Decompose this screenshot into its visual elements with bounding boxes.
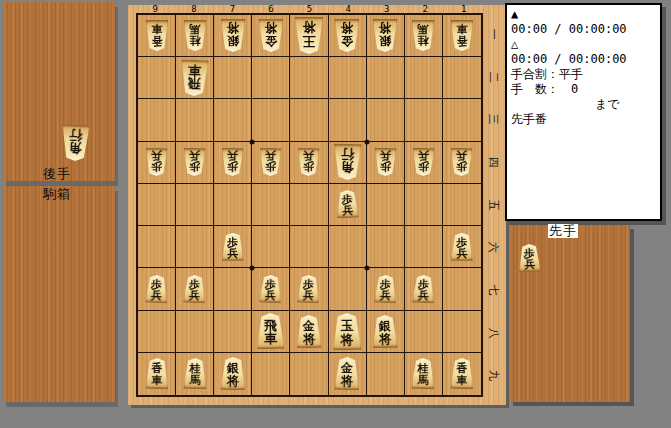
square-5七[interactable]: 歩兵 <box>290 268 328 310</box>
gote-piece-p[interactable]: 歩兵 <box>145 148 168 176</box>
square-9八[interactable] <box>138 311 176 353</box>
piece-kanji: 銀将 <box>227 22 239 47</box>
piece-kanji: 金将 <box>265 22 277 47</box>
hoshi-dot <box>250 266 255 271</box>
square-6八[interactable]: 飛車 <box>252 311 290 353</box>
square-6九[interactable] <box>252 353 290 395</box>
square-2一[interactable]: 桂馬 <box>405 15 443 57</box>
square-6六[interactable] <box>252 226 290 268</box>
square-6五[interactable] <box>252 184 290 226</box>
piece-kanji: 歩兵 <box>341 194 353 216</box>
square-9九[interactable]: 香車 <box>138 353 176 395</box>
square-4八[interactable]: 玉将 <box>329 311 367 353</box>
hoshi-dot <box>364 139 369 144</box>
square-5六[interactable] <box>290 226 328 268</box>
gote-mark: △ <box>511 37 660 52</box>
piece-kanji: 香車 <box>456 363 467 386</box>
piece-kanji: 歩兵 <box>524 248 536 270</box>
square-4六[interactable] <box>329 226 367 268</box>
gote-piece-g[interactable]: 金将 <box>258 19 284 52</box>
gote-piece-p[interactable]: 歩兵 <box>259 148 282 176</box>
sente-mark: ▲ <box>511 7 660 22</box>
sente-piece-p[interactable]: 歩兵 <box>411 275 435 304</box>
sente-hand-panel[interactable]: 先手 歩兵 <box>509 225 630 402</box>
piece-kanji: 歩兵 <box>456 150 467 172</box>
square-2五[interactable] <box>405 184 443 226</box>
square-7六[interactable]: 歩兵 <box>214 226 252 268</box>
gote-piece-p[interactable]: 歩兵 <box>221 148 244 176</box>
square-8九[interactable]: 桂馬 <box>176 353 214 395</box>
square-5三[interactable] <box>290 99 328 141</box>
square-3八[interactable]: 銀将 <box>367 311 405 353</box>
piece-kanji: 飛車 <box>264 319 277 346</box>
square-2八[interactable] <box>405 311 443 353</box>
piece-kanji: 歩兵 <box>380 150 391 172</box>
shogi-board-grid: 香車桂馬銀将金将王将金将銀将桂馬香車飛車歩兵歩兵歩兵歩兵歩兵角行歩兵歩兵歩兵歩兵… <box>136 13 483 397</box>
piece-kanji: 歩兵 <box>418 150 429 172</box>
gote-piece-g[interactable]: 金将 <box>334 19 360 52</box>
square-8六[interactable] <box>176 226 214 268</box>
sente-piece-n[interactable]: 桂馬 <box>411 358 436 389</box>
sente-clock: 00:00 / 00:00:00 <box>511 22 660 37</box>
gote-piece-b[interactable]: 角行 <box>60 125 90 162</box>
square-6四[interactable]: 歩兵 <box>252 142 290 184</box>
piece-kanji: 歩兵 <box>379 279 391 301</box>
square-4三[interactable] <box>329 99 367 141</box>
piece-kanji: 金将 <box>341 362 353 387</box>
gote-piece-s[interactable]: 銀将 <box>372 19 398 52</box>
square-8五[interactable] <box>176 184 214 226</box>
square-7三[interactable] <box>214 99 252 141</box>
square-9五[interactable] <box>138 184 176 226</box>
gote-piece-n[interactable]: 桂馬 <box>183 20 207 51</box>
move-count-text: 手 数： 0 <box>511 82 660 97</box>
square-2四[interactable]: 歩兵 <box>405 142 443 184</box>
piece-kanji: 歩兵 <box>227 237 238 259</box>
square-8二[interactable]: 飛車 <box>176 57 214 99</box>
square-6三[interactable] <box>252 99 290 141</box>
gote-piece-p[interactable]: 歩兵 <box>412 148 435 176</box>
sente-piece-p[interactable]: 歩兵 <box>518 244 542 273</box>
square-9四[interactable]: 歩兵 <box>138 142 176 184</box>
piece-kanji: 玉将 <box>340 318 353 346</box>
square-4一[interactable]: 金将 <box>329 15 367 57</box>
sente-piece-p[interactable]: 歩兵 <box>335 190 359 219</box>
square-7五[interactable] <box>214 184 252 226</box>
square-3五[interactable] <box>367 184 405 226</box>
sente-piece-n[interactable]: 桂馬 <box>182 358 207 389</box>
square-7七[interactable] <box>214 268 252 310</box>
square-3一[interactable]: 銀将 <box>367 15 405 57</box>
square-9一[interactable]: 香車 <box>138 15 176 57</box>
square-2七[interactable]: 歩兵 <box>405 268 443 310</box>
gote-hand-panel[interactable]: 後手 角行 <box>3 2 115 181</box>
square-5一[interactable]: 王将 <box>290 15 328 57</box>
sente-piece-k[interactable]: 玉将 <box>332 312 363 350</box>
gote-piece-r[interactable]: 飛車 <box>180 59 210 96</box>
sente-piece-r[interactable]: 飛車 <box>256 313 286 350</box>
piece-kanji: 香車 <box>151 363 162 386</box>
gote-piece-b[interactable]: 角行 <box>332 144 362 181</box>
piece-kanji: 桂馬 <box>418 23 429 46</box>
square-4五[interactable]: 歩兵 <box>329 184 367 226</box>
hoshi-dot <box>250 139 255 144</box>
piece-kanji: 角行 <box>69 128 83 155</box>
square-8七[interactable]: 歩兵 <box>176 268 214 310</box>
square-9三[interactable] <box>138 99 176 141</box>
gote-piece-p[interactable]: 歩兵 <box>297 148 320 176</box>
gote-label: 後手 <box>43 167 71 181</box>
made-text: まで <box>511 97 660 112</box>
square-5九[interactable] <box>290 353 328 395</box>
gote-piece-l[interactable]: 香車 <box>450 20 474 51</box>
sente-piece-l[interactable]: 香車 <box>144 358 169 389</box>
piece-kanji: 金将 <box>303 320 315 345</box>
gote-piece-p[interactable]: 歩兵 <box>373 148 396 176</box>
handicap-text: 手合割：平手 <box>511 67 660 82</box>
sente-piece-s[interactable]: 銀将 <box>372 314 399 347</box>
piece-kanji: 歩兵 <box>151 150 162 172</box>
square-8八[interactable] <box>176 311 214 353</box>
square-4四[interactable]: 角行 <box>329 142 367 184</box>
gote-piece-k[interactable]: 王将 <box>294 17 324 54</box>
sente-piece-p[interactable]: 歩兵 <box>259 275 283 304</box>
square-3六[interactable] <box>367 226 405 268</box>
square-7九[interactable]: 銀将 <box>214 353 252 395</box>
square-9二[interactable] <box>138 57 176 99</box>
square-8四[interactable]: 歩兵 <box>176 142 214 184</box>
square-5八[interactable]: 金将 <box>290 311 328 353</box>
square-3三[interactable] <box>367 99 405 141</box>
piece-kanji: 桂馬 <box>418 363 429 386</box>
gote-piece-n[interactable]: 桂馬 <box>411 20 435 51</box>
piece-kanji: 香車 <box>456 23 467 46</box>
square-6七[interactable]: 歩兵 <box>252 268 290 310</box>
sente-piece-s[interactable]: 銀将 <box>219 357 246 390</box>
square-3二[interactable] <box>367 57 405 99</box>
rank-label-column: 一二三四五六七八九 <box>485 13 503 397</box>
sente-piece-l[interactable]: 香車 <box>450 358 475 389</box>
piece-kanji: 飛車 <box>188 63 202 90</box>
turn-indicator: 先手番 <box>511 112 660 127</box>
square-8一[interactable]: 桂馬 <box>176 15 214 57</box>
square-7一[interactable]: 銀将 <box>214 15 252 57</box>
square-7四[interactable]: 歩兵 <box>214 142 252 184</box>
gote-piece-l[interactable]: 香車 <box>145 20 169 51</box>
square-6一[interactable]: 金将 <box>252 15 290 57</box>
square-7二[interactable] <box>214 57 252 99</box>
piece-kanji: 角行 <box>340 148 353 175</box>
piece-kanji: 歩兵 <box>303 279 315 301</box>
piece-kanji: 歩兵 <box>227 150 238 172</box>
piece-kanji: 銀将 <box>227 362 239 387</box>
square-4二[interactable] <box>329 57 367 99</box>
square-2九[interactable]: 桂馬 <box>405 353 443 395</box>
square-3七[interactable]: 歩兵 <box>367 268 405 310</box>
sente-piece-p[interactable]: 歩兵 <box>297 275 321 304</box>
piece-kanji: 歩兵 <box>189 279 201 301</box>
sente-piece-g[interactable]: 金将 <box>296 314 323 347</box>
gote-clock: 00:00 / 00:00:00 <box>511 52 660 67</box>
shogi-app-window: 後手 角行 駒箱 987654321 香車桂馬銀将金将王将金将銀将桂馬香車飛車歩… <box>0 0 671 428</box>
square-3四[interactable]: 歩兵 <box>367 142 405 184</box>
piece-kanji: 王将 <box>302 21 315 49</box>
square-9七[interactable]: 歩兵 <box>138 268 176 310</box>
sente-piece-p[interactable]: 歩兵 <box>183 275 207 304</box>
square-2三[interactable] <box>405 99 443 141</box>
piece-kanji: 桂馬 <box>189 23 200 46</box>
square-5五[interactable] <box>290 184 328 226</box>
square-4九[interactable]: 金将 <box>329 353 367 395</box>
piece-box-panel[interactable]: 駒箱 <box>3 186 115 402</box>
game-info-panel: ▲ 00:00 / 00:00:00 △ 00:00 / 00:00:00 手合… <box>505 3 662 221</box>
piece-box-label: 駒箱 <box>43 187 71 201</box>
piece-kanji: 歩兵 <box>151 279 163 301</box>
square-2六[interactable] <box>405 226 443 268</box>
piece-kanji: 歩兵 <box>265 150 276 172</box>
piece-kanji: 歩兵 <box>417 279 429 301</box>
piece-kanji: 銀将 <box>379 320 391 345</box>
square-8三[interactable] <box>176 99 214 141</box>
square-7八[interactable] <box>214 311 252 353</box>
square-6二[interactable] <box>252 57 290 99</box>
shogi-board-panel: 987654321 香車桂馬銀将金将王将金将銀将桂馬香車飛車歩兵歩兵歩兵歩兵歩兵… <box>128 5 506 405</box>
sente-label: 先手 <box>548 224 578 238</box>
piece-kanji: 歩兵 <box>456 237 467 259</box>
sente-piece-p[interactable]: 歩兵 <box>221 233 244 261</box>
piece-kanji: 歩兵 <box>265 279 277 301</box>
sente-piece-p[interactable]: 歩兵 <box>145 275 169 304</box>
piece-kanji: 歩兵 <box>303 150 314 172</box>
square-3九[interactable] <box>367 353 405 395</box>
hoshi-dot <box>364 266 369 271</box>
square-5四[interactable]: 歩兵 <box>290 142 328 184</box>
piece-kanji: 香車 <box>151 23 162 46</box>
square-9六[interactable] <box>138 226 176 268</box>
square-5二[interactable] <box>290 57 328 99</box>
square-2二[interactable] <box>405 57 443 99</box>
sente-piece-p[interactable]: 歩兵 <box>373 275 397 304</box>
gote-piece-s[interactable]: 銀将 <box>220 19 246 52</box>
piece-kanji: 金将 <box>341 22 353 47</box>
piece-kanji: 桂馬 <box>189 363 200 386</box>
piece-kanji: 歩兵 <box>189 150 200 172</box>
sente-piece-p[interactable]: 歩兵 <box>450 233 473 261</box>
sente-piece-g[interactable]: 金将 <box>334 357 361 390</box>
gote-piece-p[interactable]: 歩兵 <box>183 148 206 176</box>
piece-kanji: 銀将 <box>379 22 391 47</box>
gote-piece-p[interactable]: 歩兵 <box>450 148 473 176</box>
square-4七[interactable] <box>329 268 367 310</box>
